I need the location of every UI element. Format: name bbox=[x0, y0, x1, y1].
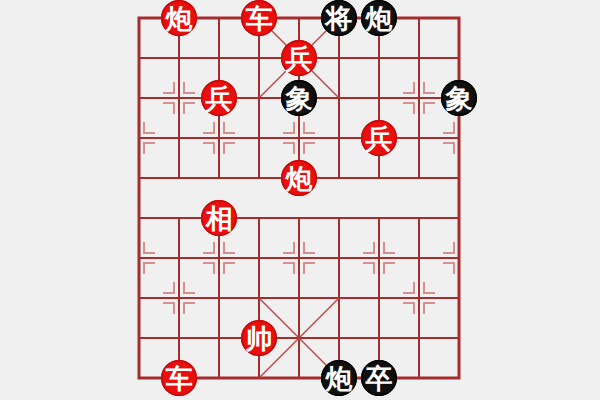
piece-red-soldier[interactable]: 兵 bbox=[279, 38, 319, 78]
piece-glyph: 炮 bbox=[361, 0, 397, 36]
piece-red-chariot[interactable]: 车 bbox=[159, 358, 199, 398]
piece-red-chariot[interactable]: 车 bbox=[239, 0, 279, 38]
piece-red-general[interactable]: 帅 bbox=[239, 318, 279, 358]
piece-glyph: 兵 bbox=[201, 80, 237, 116]
piece-black-general[interactable]: 将 bbox=[319, 0, 359, 38]
piece-red-cannon[interactable]: 炮 bbox=[159, 0, 199, 38]
xiangqi-board: 炮车将炮兵兵象象兵炮相帅车炮卒 bbox=[119, 0, 479, 398]
piece-red-cannon[interactable]: 炮 bbox=[279, 158, 319, 198]
piece-glyph: 相 bbox=[201, 200, 237, 236]
piece-glyph: 象 bbox=[281, 80, 317, 116]
xiangqi-screen: 炮车将炮兵兵象象兵炮相帅车炮卒 bbox=[0, 0, 600, 400]
piece-red-soldier[interactable]: 兵 bbox=[359, 118, 399, 158]
piece-glyph: 卒 bbox=[361, 360, 397, 396]
piece-black-cannon[interactable]: 炮 bbox=[319, 358, 359, 398]
piece-glyph: 帅 bbox=[241, 320, 277, 356]
piece-black-elephant[interactable]: 象 bbox=[279, 78, 319, 118]
piece-glyph: 炮 bbox=[281, 160, 317, 196]
piece-red-soldier[interactable]: 兵 bbox=[199, 78, 239, 118]
piece-glyph: 车 bbox=[161, 360, 197, 396]
piece-black-cannon[interactable]: 炮 bbox=[359, 0, 399, 38]
piece-glyph: 车 bbox=[241, 0, 277, 36]
piece-glyph: 兵 bbox=[281, 40, 317, 76]
piece-glyph: 炮 bbox=[161, 0, 197, 36]
piece-glyph: 象 bbox=[441, 80, 477, 116]
piece-glyph: 兵 bbox=[361, 120, 397, 156]
piece-black-soldier[interactable]: 卒 bbox=[359, 358, 399, 398]
piece-glyph: 将 bbox=[321, 0, 357, 36]
piece-red-elephant[interactable]: 相 bbox=[199, 198, 239, 238]
piece-black-elephant[interactable]: 象 bbox=[439, 78, 479, 118]
piece-glyph: 炮 bbox=[321, 360, 357, 396]
